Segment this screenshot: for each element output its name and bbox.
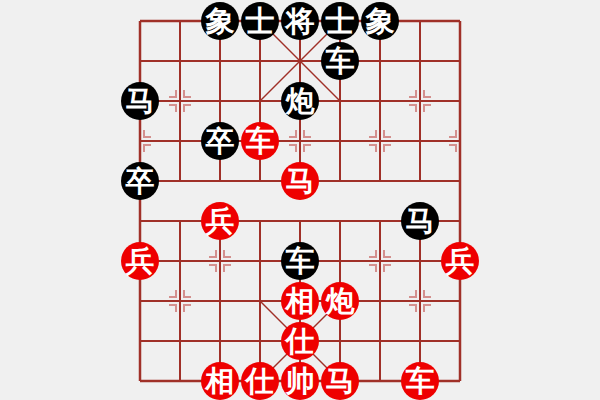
piece-black-chariot[interactable]: 车	[321, 42, 359, 80]
piece-red-chariot[interactable]: 车	[241, 122, 279, 160]
piece-red-horse[interactable]: 马	[321, 362, 359, 400]
piece-red-chariot[interactable]: 车	[401, 362, 439, 400]
piece-black-elephant[interactable]: 象	[201, 2, 239, 40]
piece-black-pawn[interactable]: 卒	[121, 162, 159, 200]
piece-red-advisor[interactable]: 仕	[241, 362, 279, 400]
piece-red-pawn[interactable]: 兵	[121, 242, 159, 280]
piece-black-advisor[interactable]: 士	[241, 2, 279, 40]
piece-black-horse[interactable]: 马	[121, 82, 159, 120]
piece-black-pawn[interactable]: 卒	[201, 122, 239, 160]
piece-black-horse[interactable]: 马	[401, 202, 439, 240]
piece-black-chariot[interactable]: 车	[281, 242, 319, 280]
xiangqi-app: 象士将士象车马炮卒车卒马兵马兵车兵相炮仕相仕帅马车	[0, 0, 600, 400]
piece-black-advisor[interactable]: 士	[321, 2, 359, 40]
piece-red-advisor[interactable]: 仕	[281, 322, 319, 360]
piece-black-cannon[interactable]: 炮	[281, 82, 319, 120]
piece-red-horse[interactable]: 马	[281, 162, 319, 200]
piece-black-elephant[interactable]: 象	[361, 2, 399, 40]
piece-red-pawn[interactable]: 兵	[441, 242, 479, 280]
piece-red-elephant[interactable]: 相	[281, 282, 319, 320]
xiangqi-board[interactable]: 象士将士象车马炮卒车卒马兵马兵车兵相炮仕相仕帅马车	[120, 1, 480, 400]
piece-red-pawn[interactable]: 兵	[201, 202, 239, 240]
piece-red-cannon[interactable]: 炮	[321, 282, 359, 320]
piece-red-general[interactable]: 帅	[281, 362, 319, 400]
piece-red-elephant[interactable]: 相	[201, 362, 239, 400]
piece-black-general[interactable]: 将	[281, 2, 319, 40]
